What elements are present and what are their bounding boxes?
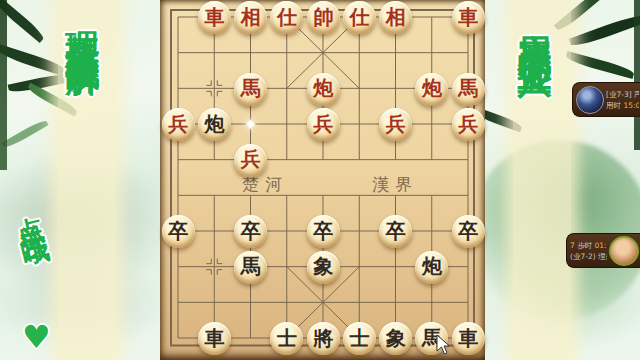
piece-red[interactable]: 兵 [452,108,485,141]
bamboo-leaf-icon [1,118,48,150]
piece-black[interactable]: 象 [379,322,412,355]
piece-red[interactable]: 炮 [307,73,340,106]
piece-red[interactable]: 車 [452,1,485,34]
bamboo-leaf-icon [569,12,640,50]
player-badge-bottom[interactable]: 7 步时 01:26 (业7-2) 理想哥 [566,233,640,268]
piece-red[interactable]: 帥 [307,1,340,34]
slogan-title: 实用战术助你上业八 [518,6,552,42]
piece-red[interactable]: 兵 [234,144,267,177]
piece-black[interactable]: 士 [343,322,376,355]
piece-black[interactable]: 馬 [234,251,267,284]
sparkle-icon: ✦ [244,115,257,134]
piece-black[interactable]: 車 [198,322,231,355]
player-name: [业7-3] 严发元 [606,90,639,99]
bamboo-stalk-icon [634,0,640,150]
channel-title: 理想哥象棋实战讲解 [66,4,100,40]
piece-black[interactable]: 卒 [307,215,340,248]
piece-black[interactable]: 卒 [379,215,412,248]
avatar[interactable] [576,86,604,114]
piece-red[interactable]: 仕 [343,1,376,34]
piece-black[interactable]: 將 [307,322,340,355]
left-decor-panel: 理想哥象棋实战讲解 点关注哦 ♥ [0,0,160,360]
title-backdrop [513,0,571,360]
piece-red[interactable]: 炮 [415,73,448,106]
piece-red[interactable]: 兵 [307,108,340,141]
piece-black[interactable]: 車 [452,322,485,355]
piece-black[interactable]: 士 [270,322,303,355]
avatar[interactable] [609,236,639,266]
xiangqi-board[interactable]: 楚河 漢界 車相仕帥仕相車馬炮炮馬兵兵兵兵兵炮卒卒卒卒卒馬象炮車士將士象馬車 ✦ [160,0,485,360]
piece-black[interactable]: 炮 [415,251,448,284]
piece-red[interactable]: 兵 [379,108,412,141]
player-info: [业7-3] 严发元 用时 15:03 步 [606,90,639,110]
piece-red[interactable]: 車 [198,1,231,34]
player-info: 7 步时 01:26 (业7-2) 理想哥 [570,241,607,261]
piece-black[interactable]: 卒 [162,215,195,248]
player-clock: 用时 15:03 步 [606,101,639,110]
player-clock: 7 步时 01:26 [570,241,607,250]
mouse-cursor-icon [436,334,452,360]
piece-red[interactable]: 仕 [270,1,303,34]
title-backdrop [58,0,116,360]
pieces-layer[interactable]: 車相仕帥仕相車馬炮炮馬兵兵兵兵兵炮卒卒卒卒卒馬象炮車士將士象馬車 [160,0,486,357]
heart-icon: ♥ [22,318,51,356]
piece-red[interactable]: 兵 [162,108,195,141]
bamboo-stalk-icon [0,0,7,170]
piece-black[interactable]: 象 [307,251,340,284]
player-badge-top[interactable]: [业7-3] 严发元 用时 15:03 步 [572,82,640,117]
piece-red[interactable]: 馬 [234,73,267,106]
stream-frame: 理想哥象棋实战讲解 点关注哦 ♥ 实用战术助你上业八 [业7-3] 严发元 用时… [0,0,640,360]
piece-red[interactable]: 相 [234,1,267,34]
piece-black[interactable]: 炮 [198,108,231,141]
piece-black[interactable]: 卒 [452,215,485,248]
piece-black[interactable]: 卒 [234,215,267,248]
piece-red[interactable]: 相 [379,1,412,34]
piece-red[interactable]: 馬 [452,73,485,106]
bamboo-leaf-icon [565,51,635,79]
player-name: (业7-2) 理想哥 [570,252,607,261]
right-decor-panel: 实用战术助你上业八 [业7-3] 严发元 用时 15:03 步 7 步时 01:… [485,0,640,360]
